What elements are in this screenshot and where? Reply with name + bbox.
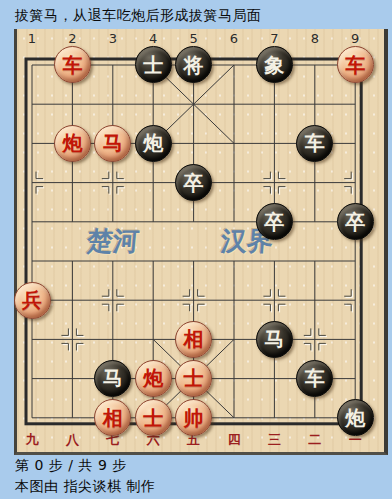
- file-number-label: 9: [335, 31, 375, 46]
- file-number-label: 5: [174, 31, 214, 46]
- piece-red-advisor[interactable]: 士: [175, 360, 212, 397]
- move-counter: 第 0 步 / 共 9 步: [15, 457, 127, 475]
- piece-red-elephant[interactable]: 相: [175, 321, 212, 358]
- xiangqi-board: 123456789 楚河 汉界 车士将象车炮马炮车卒卒卒兵相马马炮士车相士帅炮 …: [14, 29, 388, 455]
- file-number-label: 4: [133, 31, 173, 46]
- piece-black-chariot[interactable]: 车: [296, 360, 333, 397]
- piece-black-horse[interactable]: 马: [256, 321, 293, 358]
- piece-black-advisor[interactable]: 士: [135, 46, 172, 83]
- file-number-label: 2: [52, 31, 92, 46]
- file-number-label: 1: [12, 31, 52, 46]
- piece-black-cannon[interactable]: 炮: [135, 125, 172, 162]
- piece-black-soldier[interactable]: 卒: [337, 203, 374, 240]
- piece-red-soldier[interactable]: 兵: [14, 282, 51, 319]
- piece-red-general[interactable]: 帅: [175, 399, 212, 436]
- piece-red-chariot[interactable]: 车: [337, 46, 374, 83]
- piece-black-horse[interactable]: 马: [94, 360, 131, 397]
- piece-black-cannon[interactable]: 炮: [337, 399, 374, 436]
- piece-red-advisor[interactable]: 士: [135, 399, 172, 436]
- page-title: 拔簧马，从退车吃炮后形成拔簧马局面: [15, 6, 385, 24]
- piece-black-general[interactable]: 将: [175, 46, 212, 83]
- piece-black-soldier[interactable]: 卒: [256, 203, 293, 240]
- file-number-label: 7: [254, 31, 294, 46]
- credit-text: 本图由 指尖谈棋 制作: [15, 478, 155, 496]
- piece-red-horse[interactable]: 马: [94, 125, 131, 162]
- board-inner: 123456789 楚河 汉界 车士将象车炮马炮车卒卒卒兵相马马炮士车相士帅炮 …: [17, 29, 384, 452]
- piece-black-soldier[interactable]: 卒: [175, 164, 212, 201]
- piece-black-elephant[interactable]: 象: [256, 46, 293, 83]
- piece-red-cannon[interactable]: 炮: [54, 125, 91, 162]
- piece-black-chariot[interactable]: 车: [296, 125, 333, 162]
- file-number-label: 8: [295, 31, 335, 46]
- piece-red-chariot[interactable]: 车: [54, 46, 91, 83]
- file-number-label: 3: [93, 31, 133, 46]
- file-number-label: 6: [214, 31, 254, 46]
- pieces-grid: 车士将象车炮马炮车卒卒卒兵相马马炮士车相士帅炮: [12, 45, 376, 437]
- piece-red-cannon[interactable]: 炮: [135, 360, 172, 397]
- piece-red-elephant[interactable]: 相: [94, 399, 131, 436]
